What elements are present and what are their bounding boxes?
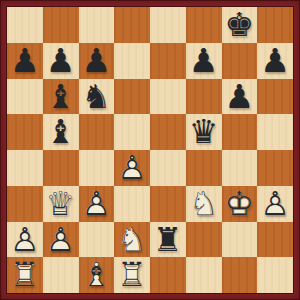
pawn-icon: ♟ <box>10 43 40 79</box>
square-a4[interactable] <box>7 150 43 186</box>
board-frame: ♚♟♟♟♟♟♝♞♟♝♛♟♙♛♕♟♙♞♘♚♔♟♙♟♙♟♙♞♘♜♜♖♝♗♜♖ <box>0 0 300 300</box>
square-f4[interactable] <box>186 150 222 186</box>
knight-icon: ♞ <box>82 79 112 115</box>
bishop-icon: ♝ <box>46 79 76 115</box>
square-c5[interactable] <box>79 114 115 150</box>
black-pawn-f7[interactable]: ♟ <box>186 43 222 79</box>
black-pawn-b7[interactable]: ♟ <box>43 43 79 79</box>
black-bishop-b6[interactable]: ♝ <box>43 79 79 115</box>
black-pawn-c7[interactable]: ♟ <box>79 43 115 79</box>
pawn-icon: ♟ <box>260 43 290 79</box>
square-f6[interactable] <box>186 79 222 115</box>
square-f5[interactable]: ♛ <box>186 114 222 150</box>
pawn-icon: ♟ <box>46 43 76 79</box>
black-pawn-h7[interactable]: ♟ <box>257 43 293 79</box>
square-g5[interactable] <box>222 114 258 150</box>
square-f2[interactable] <box>186 222 222 258</box>
square-d5[interactable] <box>114 114 150 150</box>
pawn-outline-icon: ♙ <box>46 222 76 258</box>
square-a2[interactable]: ♟♙ <box>7 222 43 258</box>
square-b1[interactable] <box>43 257 79 293</box>
white-pawn-h3[interactable]: ♟♙ <box>257 186 293 222</box>
square-b8[interactable] <box>43 7 79 43</box>
pawn-icon: ♟ <box>189 43 219 79</box>
black-pawn-a7[interactable]: ♟ <box>7 43 43 79</box>
square-b7[interactable]: ♟ <box>43 43 79 79</box>
pawn-outline-icon: ♙ <box>117 150 147 186</box>
pawn-outline-icon: ♙ <box>10 222 40 258</box>
chess-board: ♚♟♟♟♟♟♝♞♟♝♛♟♙♛♕♟♙♞♘♚♔♟♙♟♙♟♙♞♘♜♜♖♝♗♜♖ <box>7 7 293 293</box>
black-pawn-g6[interactable]: ♟ <box>222 79 258 115</box>
square-g6[interactable]: ♟ <box>222 79 258 115</box>
square-h4[interactable] <box>257 150 293 186</box>
square-c1[interactable]: ♝♗ <box>79 257 115 293</box>
pawn-icon: ♟ <box>82 43 112 79</box>
square-c7[interactable]: ♟ <box>79 43 115 79</box>
square-a8[interactable] <box>7 7 43 43</box>
square-d3[interactable] <box>114 186 150 222</box>
white-king-g3[interactable]: ♚♔ <box>222 186 258 222</box>
square-b2[interactable]: ♟♙ <box>43 222 79 258</box>
square-e4[interactable] <box>150 150 186 186</box>
square-f7[interactable]: ♟ <box>186 43 222 79</box>
square-d7[interactable] <box>114 43 150 79</box>
square-h3[interactable]: ♟♙ <box>257 186 293 222</box>
square-b4[interactable] <box>43 150 79 186</box>
rook-icon: ♜ <box>153 222 183 258</box>
square-g4[interactable] <box>222 150 258 186</box>
square-d2[interactable]: ♞♘ <box>114 222 150 258</box>
white-pawn-d4[interactable]: ♟♙ <box>114 150 150 186</box>
knight-outline-icon: ♘ <box>117 222 147 258</box>
white-pawn-a2[interactable]: ♟♙ <box>7 222 43 258</box>
bishop-outline-icon: ♗ <box>82 257 112 293</box>
square-g1[interactable] <box>222 257 258 293</box>
square-f1[interactable] <box>186 257 222 293</box>
square-a6[interactable] <box>7 79 43 115</box>
black-queen-f5[interactable]: ♛ <box>186 114 222 150</box>
square-a3[interactable] <box>7 186 43 222</box>
white-knight-d2[interactable]: ♞♘ <box>114 222 150 258</box>
square-c3[interactable]: ♟♙ <box>79 186 115 222</box>
square-d4[interactable]: ♟♙ <box>114 150 150 186</box>
square-h6[interactable] <box>257 79 293 115</box>
white-bishop-c1[interactable]: ♝♗ <box>79 257 115 293</box>
square-g7[interactable] <box>222 43 258 79</box>
square-h5[interactable] <box>257 114 293 150</box>
square-e2[interactable]: ♜ <box>150 222 186 258</box>
king-icon: ♚ <box>225 7 255 43</box>
square-b5[interactable]: ♝ <box>43 114 79 150</box>
knight-outline-icon: ♘ <box>189 186 219 222</box>
square-h8[interactable] <box>257 7 293 43</box>
white-knight-f3[interactable]: ♞♘ <box>186 186 222 222</box>
rook-outline-icon: ♖ <box>10 257 40 293</box>
rook-outline-icon: ♖ <box>117 257 147 293</box>
square-h7[interactable]: ♟ <box>257 43 293 79</box>
square-e5[interactable] <box>150 114 186 150</box>
square-e6[interactable] <box>150 79 186 115</box>
square-d6[interactable] <box>114 79 150 115</box>
square-g3[interactable]: ♚♔ <box>222 186 258 222</box>
square-a5[interactable] <box>7 114 43 150</box>
bishop-icon: ♝ <box>46 114 76 150</box>
square-e8[interactable] <box>150 7 186 43</box>
square-c8[interactable] <box>79 7 115 43</box>
black-bishop-b5[interactable]: ♝ <box>43 114 79 150</box>
square-g2[interactable] <box>222 222 258 258</box>
square-f8[interactable] <box>186 7 222 43</box>
square-b6[interactable]: ♝ <box>43 79 79 115</box>
white-pawn-b2[interactable]: ♟♙ <box>43 222 79 258</box>
pawn-icon: ♟ <box>225 79 255 115</box>
square-g8[interactable]: ♚ <box>222 7 258 43</box>
white-queen-b3[interactable]: ♛♕ <box>43 186 79 222</box>
square-c2[interactable] <box>79 222 115 258</box>
square-c6[interactable]: ♞ <box>79 79 115 115</box>
black-king-g8[interactable]: ♚ <box>222 7 258 43</box>
queen-outline-icon: ♕ <box>46 186 76 222</box>
pawn-outline-icon: ♙ <box>82 186 112 222</box>
square-a1[interactable]: ♜♖ <box>7 257 43 293</box>
pawn-outline-icon: ♙ <box>260 186 290 222</box>
white-pawn-c3[interactable]: ♟♙ <box>79 186 115 222</box>
square-e7[interactable] <box>150 43 186 79</box>
white-rook-a1[interactable]: ♜♖ <box>7 257 43 293</box>
square-f3[interactable]: ♞♘ <box>186 186 222 222</box>
square-e1[interactable] <box>150 257 186 293</box>
black-rook-e2[interactable]: ♜ <box>150 222 186 258</box>
square-h2[interactable] <box>257 222 293 258</box>
square-e3[interactable] <box>150 186 186 222</box>
square-b3[interactable]: ♛♕ <box>43 186 79 222</box>
black-knight-c6[interactable]: ♞ <box>79 79 115 115</box>
square-a7[interactable]: ♟ <box>7 43 43 79</box>
square-d1[interactable]: ♜♖ <box>114 257 150 293</box>
king-outline-icon: ♔ <box>225 186 255 222</box>
square-d8[interactable] <box>114 7 150 43</box>
square-h1[interactable] <box>257 257 293 293</box>
queen-icon: ♛ <box>189 114 219 150</box>
white-rook-d1[interactable]: ♜♖ <box>114 257 150 293</box>
square-c4[interactable] <box>79 150 115 186</box>
